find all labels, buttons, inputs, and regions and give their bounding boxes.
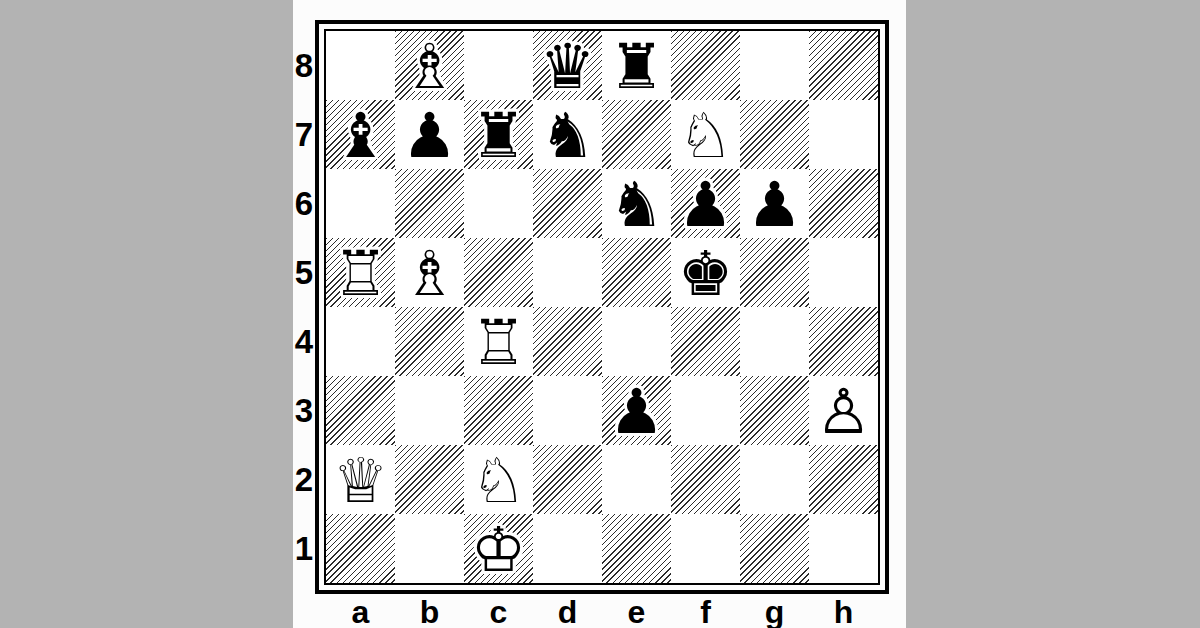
square-b4 [395, 307, 464, 376]
file-label-h: h [809, 592, 878, 628]
square-h4 [809, 307, 878, 376]
file-labels: abcdefgh [315, 594, 889, 628]
piece-black-rook-c7: ♜♜ [464, 100, 533, 169]
piece-black-knight-e6: ♞♞ [602, 169, 671, 238]
square-g7 [740, 100, 809, 169]
square-c2: ♞♘ [464, 445, 533, 514]
square-f4 [671, 307, 740, 376]
piece-white-knight-c2: ♞♘ [464, 445, 533, 514]
square-d8: ♛♛ [533, 31, 602, 100]
piece-outline-glyph: ♚ [671, 238, 740, 307]
piece-outline-glyph: ♘ [464, 445, 533, 514]
square-a8 [326, 31, 395, 100]
square-f3 [671, 376, 740, 445]
piece-outline-glyph: ♖ [464, 307, 533, 376]
file-label-b: b [395, 592, 464, 628]
piece-outline-glyph: ♗ [395, 238, 464, 307]
square-e3: ♟♟ [602, 376, 671, 445]
square-f1 [671, 514, 740, 583]
piece-outline-glyph: ♞ [602, 169, 671, 238]
piece-white-pawn-h3: ♟♙ [809, 376, 878, 445]
page-background: 87654321 ♝♗♛♛♜♜♝♝♟♟♜♜♞♞♞♘♞♞♟♟♟♟♜♖♝♗♚♚♜♖♟… [0, 0, 1200, 628]
square-c1: ♚♔ [464, 514, 533, 583]
square-e4 [602, 307, 671, 376]
square-e5 [602, 238, 671, 307]
square-f6: ♟♟ [671, 169, 740, 238]
piece-black-rook-e8: ♜♜ [602, 31, 671, 100]
square-d1 [533, 514, 602, 583]
square-a5: ♜♖ [326, 238, 395, 307]
square-d5 [533, 238, 602, 307]
file-label-c: c [464, 592, 533, 628]
diagram-panel: 87654321 ♝♗♛♛♜♜♝♝♟♟♜♜♞♞♞♘♞♞♟♟♟♟♜♖♝♗♚♚♜♖♟… [293, 0, 906, 628]
square-h1 [809, 514, 878, 583]
square-f7: ♞♘ [671, 100, 740, 169]
square-d6 [533, 169, 602, 238]
rank-label-7: 7 [293, 100, 315, 169]
piece-white-rook-c4: ♜♖ [464, 307, 533, 376]
square-h6 [809, 169, 878, 238]
rank-label-5: 5 [293, 238, 315, 307]
rank-labels: 87654321 [293, 20, 315, 594]
piece-black-queen-d8: ♛♛ [533, 31, 602, 100]
square-g6: ♟♟ [740, 169, 809, 238]
square-d3 [533, 376, 602, 445]
square-c8 [464, 31, 533, 100]
square-c3 [464, 376, 533, 445]
piece-outline-glyph: ♘ [671, 100, 740, 169]
square-h3: ♟♙ [809, 376, 878, 445]
square-f5: ♚♚ [671, 238, 740, 307]
piece-white-bishop-b8: ♝♗ [395, 31, 464, 100]
piece-black-pawn-e3: ♟♟ [602, 376, 671, 445]
square-c5 [464, 238, 533, 307]
chess-board: ♝♗♛♛♜♜♝♝♟♟♜♜♞♞♞♘♞♞♟♟♟♟♜♖♝♗♚♚♜♖♟♟♟♙♛♕♞♘♚♔ [324, 29, 880, 585]
square-a2: ♛♕ [326, 445, 395, 514]
square-b2 [395, 445, 464, 514]
piece-white-queen-a2: ♛♕ [326, 445, 395, 514]
piece-black-knight-d7: ♞♞ [533, 100, 602, 169]
square-f2 [671, 445, 740, 514]
piece-black-pawn-f6: ♟♟ [671, 169, 740, 238]
square-g4 [740, 307, 809, 376]
square-a3 [326, 376, 395, 445]
piece-black-bishop-a7: ♝♝ [326, 100, 395, 169]
piece-outline-glyph: ♜ [602, 31, 671, 100]
square-c4: ♜♖ [464, 307, 533, 376]
chess-diagram: 87654321 ♝♗♛♛♜♜♝♝♟♟♜♜♞♞♞♘♞♞♟♟♟♟♜♖♝♗♚♚♜♖♟… [293, 20, 889, 628]
square-e2 [602, 445, 671, 514]
square-b8: ♝♗ [395, 31, 464, 100]
piece-outline-glyph: ♜ [464, 100, 533, 169]
square-g1 [740, 514, 809, 583]
file-label-f: f [671, 592, 740, 628]
rank-label-4: 4 [293, 307, 315, 376]
piece-black-pawn-b7: ♟♟ [395, 100, 464, 169]
square-a7: ♝♝ [326, 100, 395, 169]
piece-outline-glyph: ♔ [464, 514, 533, 583]
square-f8 [671, 31, 740, 100]
file-label-g: g [740, 592, 809, 628]
piece-outline-glyph: ♕ [326, 445, 395, 514]
piece-white-knight-f7: ♞♘ [671, 100, 740, 169]
square-e1 [602, 514, 671, 583]
square-b6 [395, 169, 464, 238]
square-e6: ♞♞ [602, 169, 671, 238]
rank-label-3: 3 [293, 376, 315, 445]
piece-outline-glyph: ♟ [602, 376, 671, 445]
piece-white-bishop-b5: ♝♗ [395, 238, 464, 307]
piece-outline-glyph: ♖ [326, 238, 395, 307]
piece-outline-glyph: ♞ [533, 100, 602, 169]
piece-outline-glyph: ♟ [395, 100, 464, 169]
square-c6 [464, 169, 533, 238]
piece-black-king-f5: ♚♚ [671, 238, 740, 307]
rank-label-8: 8 [293, 31, 315, 100]
file-label-a: a [326, 592, 395, 628]
square-c7: ♜♜ [464, 100, 533, 169]
piece-outline-glyph: ♝ [326, 100, 395, 169]
square-h5 [809, 238, 878, 307]
piece-white-rook-a5: ♜♖ [326, 238, 395, 307]
rank-label-6: 6 [293, 169, 315, 238]
piece-outline-glyph: ♟ [671, 169, 740, 238]
piece-outline-glyph: ♛ [533, 31, 602, 100]
square-b1 [395, 514, 464, 583]
board-frame: ♝♗♛♛♜♜♝♝♟♟♜♜♞♞♞♘♞♞♟♟♟♟♜♖♝♗♚♚♜♖♟♟♟♙♛♕♞♘♚♔ [315, 20, 889, 594]
square-b5: ♝♗ [395, 238, 464, 307]
square-g8 [740, 31, 809, 100]
rank-label-2: 2 [293, 445, 315, 514]
square-b3 [395, 376, 464, 445]
rank-label-1: 1 [293, 514, 315, 583]
piece-outline-glyph: ♟ [740, 169, 809, 238]
square-a6 [326, 169, 395, 238]
piece-outline-glyph: ♙ [809, 376, 878, 445]
square-h2 [809, 445, 878, 514]
square-d2 [533, 445, 602, 514]
piece-outline-glyph: ♗ [395, 31, 464, 100]
square-e8: ♜♜ [602, 31, 671, 100]
square-d4 [533, 307, 602, 376]
piece-black-pawn-g6: ♟♟ [740, 169, 809, 238]
piece-white-king-c1: ♚♔ [464, 514, 533, 583]
file-label-d: d [533, 592, 602, 628]
square-h8 [809, 31, 878, 100]
square-g3 [740, 376, 809, 445]
square-a1 [326, 514, 395, 583]
square-h7 [809, 100, 878, 169]
file-label-e: e [602, 592, 671, 628]
square-b7: ♟♟ [395, 100, 464, 169]
square-g5 [740, 238, 809, 307]
square-e7 [602, 100, 671, 169]
square-g2 [740, 445, 809, 514]
square-d7: ♞♞ [533, 100, 602, 169]
square-a4 [326, 307, 395, 376]
